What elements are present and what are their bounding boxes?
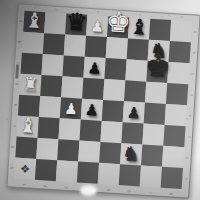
rank-label-1: 1 — [22, 179, 26, 190]
chess-photo: ♝♛♟♚♝♞♟♚♜♟♟♟♝♞❖ 12345678 12345678 abcdef… — [0, 0, 200, 200]
square-d1[interactable]: ♜ — [19, 74, 41, 96]
square-g1[interactable] — [15, 137, 37, 159]
file-label-c: c — [13, 61, 24, 65]
square-g5[interactable] — [99, 142, 121, 164]
square-f2[interactable] — [38, 117, 60, 139]
file-label-right-f: f — [184, 135, 195, 139]
rank-label-top-7: 7 — [159, 11, 163, 21]
black-pawn-e6[interactable]: ♟ — [127, 107, 141, 122]
file-label-b: b — [14, 40, 25, 44]
square-a6[interactable]: ♝ — [128, 17, 150, 39]
square-b5[interactable] — [106, 37, 128, 59]
square-b3[interactable] — [64, 34, 86, 56]
file-label-right-a: a — [190, 30, 200, 34]
dust-speck — [58, 4, 60, 6]
dust-speck — [168, 14, 170, 16]
file-label-right-d: d — [186, 93, 197, 97]
file-label-right-h: h — [181, 177, 192, 181]
square-h2[interactable] — [35, 159, 57, 181]
square-h4[interactable] — [77, 162, 99, 184]
square-a1[interactable]: ♝ — [23, 11, 45, 33]
black-pawn-e4[interactable]: ♟ — [85, 104, 99, 119]
square-d2[interactable] — [40, 75, 62, 97]
white-bishop-f1[interactable]: ♝ — [18, 115, 38, 135]
square-g6[interactable]: ♞ — [120, 143, 142, 165]
white-pawn-a4[interactable]: ♟ — [90, 20, 104, 35]
rank-label-8: 8 — [169, 189, 173, 200]
square-c4[interactable]: ♟ — [83, 57, 105, 79]
dust-speck — [186, 118, 188, 120]
chess-board: ♝♛♟♚♝♞♟♚♜♟♟♟♝♞❖ 12345678 12345678 abcdef… — [6, 3, 200, 198]
black-bishop-a6[interactable]: ♝ — [129, 17, 149, 37]
dust-speck — [181, 166, 183, 168]
square-a2[interactable] — [44, 12, 66, 34]
dust-speck — [190, 55, 192, 57]
square-c7[interactable]: ♚ — [146, 61, 168, 83]
black-knight-g6[interactable]: ♞ — [122, 144, 141, 163]
square-e2[interactable] — [39, 96, 61, 118]
white-bishop-a1[interactable]: ♝ — [24, 11, 44, 31]
square-g7[interactable] — [141, 145, 163, 167]
file-label-e: e — [10, 103, 21, 107]
square-f4[interactable] — [79, 120, 101, 142]
square-f5[interactable] — [100, 121, 122, 143]
square-e6[interactable]: ♟ — [123, 101, 145, 123]
square-h3[interactable] — [56, 160, 78, 182]
square-f1[interactable]: ♝ — [17, 116, 39, 138]
square-a3[interactable]: ♛ — [65, 13, 87, 35]
square-g4[interactable] — [78, 141, 100, 163]
square-c1[interactable] — [21, 53, 43, 75]
square-a5[interactable]: ♚ — [107, 16, 129, 38]
square-f7[interactable] — [142, 124, 164, 146]
square-d4[interactable] — [82, 78, 104, 100]
dust-speck — [196, 90, 197, 92]
square-e8[interactable] — [165, 104, 187, 126]
rank-label-2: 2 — [43, 181, 47, 192]
black-queen-a3[interactable]: ♛ — [65, 10, 88, 33]
rank-label-top-8: 8 — [180, 12, 184, 22]
square-e3[interactable]: ♟ — [60, 97, 82, 119]
square-d3[interactable] — [61, 76, 83, 98]
square-c2[interactable] — [42, 54, 64, 76]
square-e5[interactable] — [102, 100, 124, 122]
black-pawn-c4[interactable]: ♟ — [87, 62, 101, 77]
square-b1[interactable] — [22, 32, 44, 54]
square-h7[interactable] — [140, 165, 162, 187]
board-corner-logo-icon: ❖ — [20, 163, 31, 175]
black-king-c7[interactable]: ♚ — [144, 54, 171, 81]
file-label-d: d — [12, 82, 23, 86]
rank-label-6: 6 — [127, 186, 131, 197]
board-grid: ♝♛♟♚♝♞♟♚♜♟♟♟♝♞❖ — [14, 11, 192, 189]
rank-label-top-2: 2 — [54, 5, 58, 15]
square-d7[interactable] — [145, 82, 167, 104]
rank-label-top-4: 4 — [96, 7, 100, 17]
file-label-g: g — [8, 145, 19, 149]
file-label-right-c: c — [188, 72, 199, 76]
square-b8[interactable] — [169, 41, 191, 63]
square-d5[interactable] — [103, 79, 125, 101]
white-rook-d1[interactable]: ♜ — [22, 76, 39, 94]
white-king-a5[interactable]: ♚ — [105, 9, 132, 36]
square-f8[interactable] — [163, 125, 185, 147]
dust-speck — [6, 118, 8, 120]
out-of-focus-highlight — [80, 185, 97, 196]
square-c8[interactable] — [167, 62, 189, 84]
square-g8[interactable] — [162, 146, 184, 168]
square-h8[interactable] — [161, 167, 183, 189]
square-d6[interactable] — [124, 80, 146, 102]
file-label-h: h — [6, 166, 17, 170]
square-d8[interactable] — [166, 83, 188, 105]
square-a8[interactable] — [170, 20, 192, 42]
square-c3[interactable] — [62, 55, 84, 77]
white-pawn-e3[interactable]: ♟ — [64, 103, 78, 118]
square-c5[interactable] — [104, 58, 126, 80]
square-h1[interactable]: ❖ — [14, 158, 36, 180]
square-e7[interactable] — [144, 103, 166, 125]
square-b2[interactable] — [43, 33, 65, 55]
square-h5[interactable] — [98, 163, 120, 185]
square-h6[interactable] — [119, 164, 141, 186]
square-e4[interactable]: ♟ — [81, 99, 103, 121]
square-f3[interactable] — [59, 118, 81, 140]
rank-label-7: 7 — [148, 187, 152, 198]
square-g3[interactable] — [57, 139, 79, 161]
square-b4[interactable] — [85, 36, 107, 58]
square-g2[interactable] — [36, 138, 58, 160]
rank-label-3: 3 — [64, 182, 68, 193]
file-label-right-g: g — [182, 156, 193, 160]
rank-label-5: 5 — [106, 185, 110, 196]
